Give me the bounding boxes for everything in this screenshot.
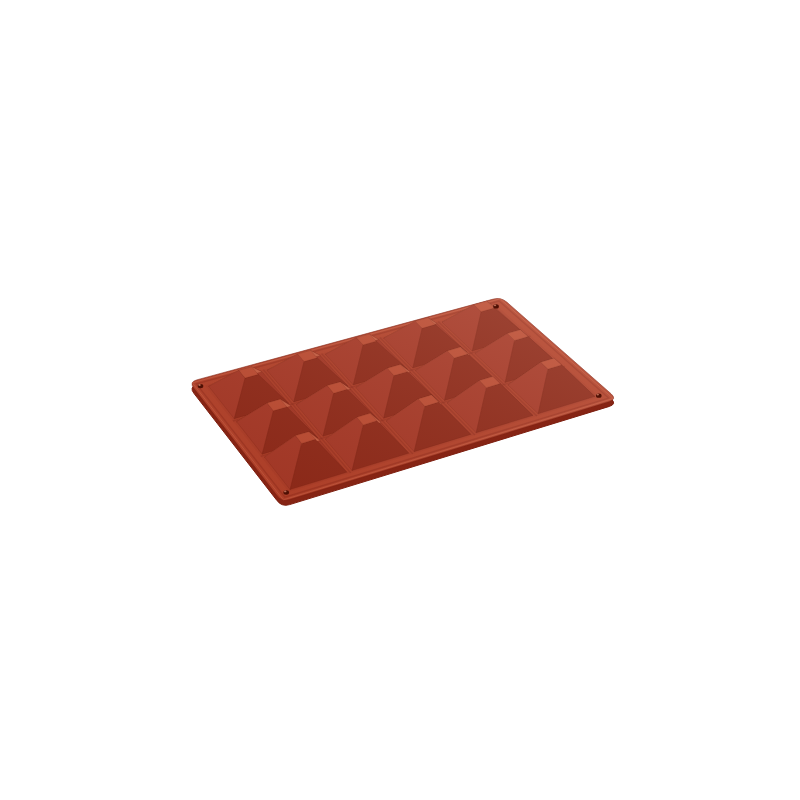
corner-hole-highlight (597, 394, 599, 396)
corner-hole-highlight (198, 384, 200, 386)
corner-hole-highlight (494, 304, 496, 306)
corner-hole-highlight (284, 491, 286, 493)
product-photo (0, 0, 800, 800)
silicone-pyramid-mold-render (0, 0, 800, 800)
